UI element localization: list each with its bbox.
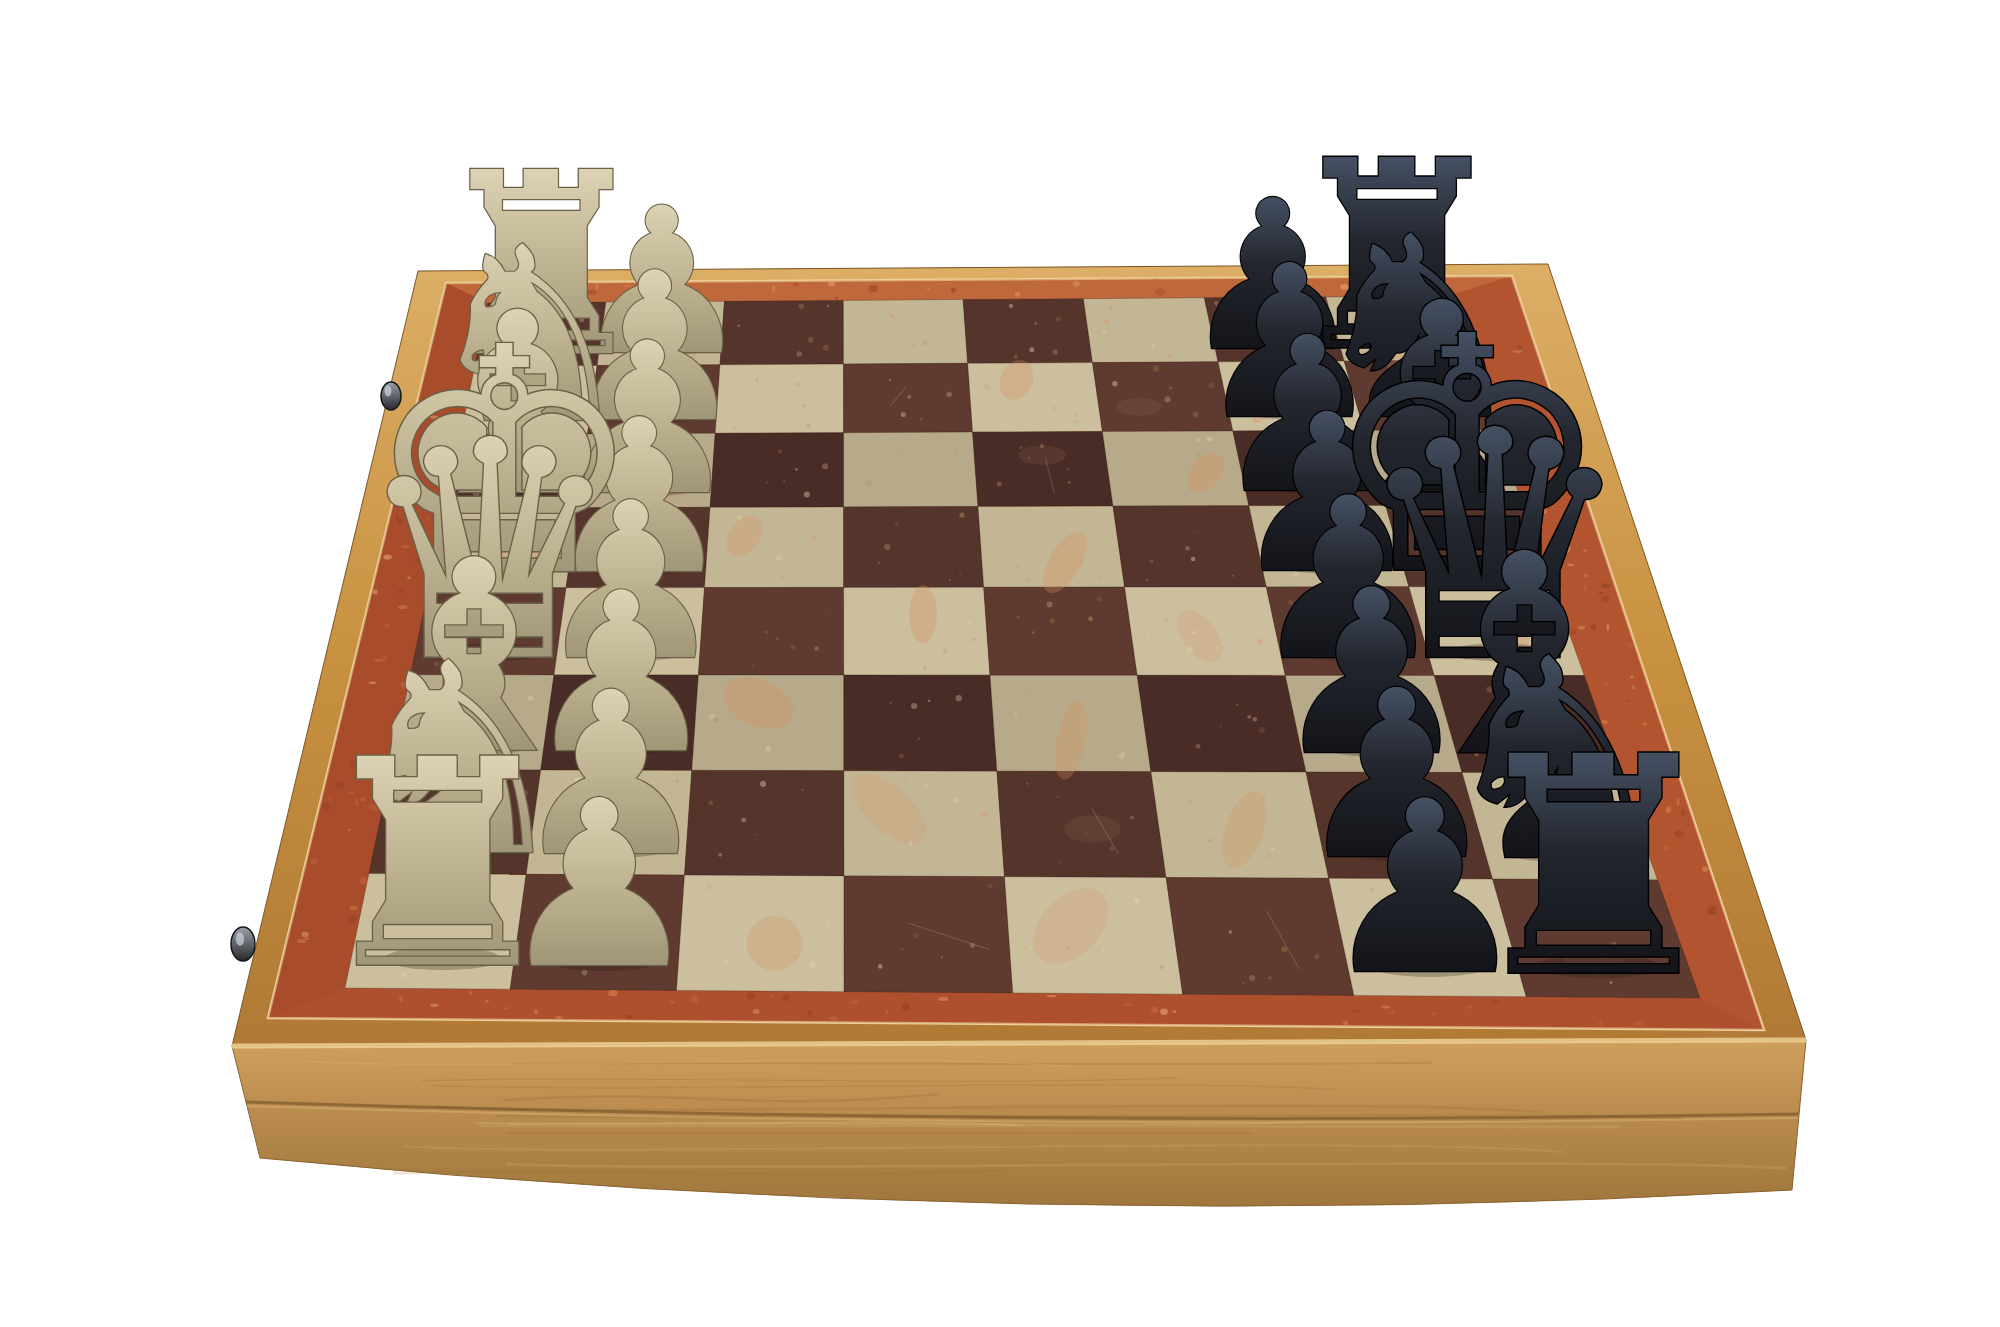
marble-speck bbox=[1215, 824, 1218, 827]
marble-speck bbox=[972, 638, 975, 641]
marble-speck bbox=[1040, 444, 1044, 448]
marble-speck bbox=[1153, 332, 1156, 335]
marble-speck bbox=[1146, 634, 1149, 637]
marble-speck bbox=[1053, 349, 1058, 354]
marble-speck bbox=[1026, 783, 1028, 785]
marble-speck bbox=[867, 854, 870, 857]
marble-speck bbox=[1075, 419, 1079, 423]
marble-speck bbox=[827, 305, 829, 307]
marble-speck bbox=[947, 392, 952, 397]
marble-speck bbox=[1112, 381, 1117, 386]
marble-speck bbox=[752, 665, 755, 668]
marble-speck bbox=[913, 933, 918, 938]
marble-speck bbox=[1242, 982, 1244, 984]
marble-speck bbox=[866, 480, 872, 486]
border-speck bbox=[305, 938, 310, 940]
border-speck bbox=[782, 994, 790, 1001]
marble-speck bbox=[874, 451, 878, 455]
marble-speck bbox=[801, 789, 804, 792]
marble-speck bbox=[795, 382, 800, 387]
marble-speck bbox=[1050, 618, 1055, 623]
marble-speck bbox=[1009, 304, 1013, 308]
border-speck bbox=[1099, 279, 1104, 284]
marble-speck bbox=[967, 621, 970, 624]
marble-speck bbox=[1016, 564, 1020, 568]
marble-speck bbox=[1029, 347, 1034, 352]
square-r2c4 bbox=[973, 432, 1113, 507]
marble-speck bbox=[776, 556, 782, 562]
marble-speck bbox=[778, 450, 782, 454]
marble-speck bbox=[912, 343, 916, 347]
marble-speck bbox=[928, 700, 930, 702]
marble-speck bbox=[1103, 330, 1106, 333]
marble-speck bbox=[1026, 577, 1031, 582]
marble-speck bbox=[1130, 815, 1134, 819]
marble-speck bbox=[723, 960, 728, 965]
marble-speck bbox=[1193, 630, 1197, 634]
marble-speck bbox=[827, 923, 831, 927]
square-r4c4 bbox=[984, 587, 1137, 675]
marble-speck bbox=[956, 695, 962, 701]
square-r2c3 bbox=[844, 432, 978, 507]
marble-speck bbox=[1019, 446, 1022, 449]
border-speck bbox=[1160, 1009, 1168, 1016]
border-speck bbox=[297, 939, 307, 943]
marble-speck bbox=[889, 379, 891, 381]
marble-speck bbox=[901, 412, 906, 417]
square-r1c4 bbox=[968, 363, 1103, 433]
marble-speck bbox=[804, 492, 810, 498]
marble-speck bbox=[1100, 540, 1102, 542]
marble-speck bbox=[798, 304, 803, 309]
marble-speck bbox=[755, 378, 758, 381]
marble-speck bbox=[908, 841, 912, 845]
marble-speck bbox=[903, 778, 908, 783]
border-speck bbox=[1047, 995, 1056, 997]
border-speck bbox=[772, 285, 775, 292]
marble-speck bbox=[1167, 353, 1172, 358]
marble-speck bbox=[1014, 355, 1018, 359]
marble-speck bbox=[1215, 646, 1219, 650]
marble-speck bbox=[983, 383, 989, 389]
marble-speck bbox=[1182, 441, 1185, 444]
marble-speck bbox=[959, 512, 964, 517]
marble-speck bbox=[922, 340, 927, 345]
marble-speck bbox=[797, 351, 802, 356]
marble-speck bbox=[754, 834, 756, 836]
marble-speck bbox=[1098, 575, 1101, 578]
marble-speck bbox=[997, 481, 1002, 486]
marble-speck bbox=[823, 345, 829, 351]
marble-speck bbox=[1153, 365, 1159, 371]
border-speck bbox=[775, 282, 780, 287]
marble-speck bbox=[1268, 976, 1271, 979]
marble-speck bbox=[941, 956, 943, 958]
wood-grain-line bbox=[479, 1126, 1622, 1127]
marble-speck bbox=[1104, 892, 1107, 895]
marble-speck bbox=[794, 955, 799, 960]
marble-speck bbox=[1031, 631, 1034, 634]
border-speck bbox=[1151, 278, 1160, 284]
marble-speck bbox=[1249, 975, 1255, 981]
marble-speck bbox=[1056, 316, 1061, 321]
border-speck bbox=[1124, 1003, 1132, 1006]
marble-speck bbox=[1020, 762, 1022, 764]
marble-speck bbox=[1150, 559, 1154, 563]
marble-speck bbox=[987, 415, 989, 417]
marble-speck bbox=[822, 463, 828, 469]
marble-speck bbox=[959, 573, 961, 575]
border-speck bbox=[808, 1011, 812, 1016]
marble-speck bbox=[1047, 602, 1053, 608]
marble-speck bbox=[894, 385, 896, 387]
marble-speck bbox=[881, 305, 883, 307]
marble-speck bbox=[897, 448, 900, 451]
marble-patch bbox=[1116, 398, 1162, 416]
marble-speck bbox=[942, 649, 947, 654]
piece-glyph: ♜ bbox=[1459, 693, 1729, 1043]
marble-speck bbox=[1104, 319, 1109, 324]
marble-speck bbox=[1187, 647, 1193, 653]
marble-speck bbox=[1196, 744, 1201, 749]
marble-patch bbox=[909, 585, 937, 643]
marble-speck bbox=[1220, 725, 1222, 727]
square-r0c4 bbox=[963, 299, 1092, 364]
marble-speck bbox=[1253, 717, 1258, 722]
marble-speck bbox=[924, 783, 929, 788]
marble-speck bbox=[769, 523, 772, 526]
marble-speck bbox=[911, 703, 917, 709]
marble-patch bbox=[1064, 815, 1121, 842]
border-speck bbox=[793, 283, 799, 286]
wood-grain-line bbox=[507, 1133, 1252, 1134]
marble-speck bbox=[1183, 493, 1187, 497]
hinge-left-lower-highlight bbox=[236, 932, 244, 946]
marble-speck bbox=[923, 666, 927, 670]
marble-speck bbox=[889, 643, 891, 645]
marble-speck bbox=[1209, 838, 1213, 842]
marble-speck bbox=[1059, 861, 1061, 863]
border-speck bbox=[1151, 1007, 1158, 1013]
marble-speck bbox=[1028, 687, 1030, 689]
marble-speck bbox=[901, 948, 903, 950]
border-speck bbox=[888, 289, 896, 291]
marble-speck bbox=[791, 645, 796, 650]
marble-speck bbox=[766, 481, 768, 483]
marble-speck bbox=[1247, 715, 1251, 719]
marble-speck bbox=[1109, 306, 1113, 310]
marble-patch bbox=[1018, 445, 1066, 464]
marble-speck bbox=[899, 753, 904, 758]
marble-speck bbox=[1267, 854, 1272, 859]
border-speck bbox=[938, 997, 948, 1001]
border-speck bbox=[850, 1000, 859, 1004]
marble-speck bbox=[765, 630, 769, 634]
border-speck bbox=[1015, 292, 1021, 297]
marble-speck bbox=[1236, 703, 1239, 706]
border-speck bbox=[828, 281, 834, 287]
marble-speck bbox=[802, 404, 806, 408]
marble-speck bbox=[890, 702, 892, 704]
hinge-left-lower bbox=[231, 927, 255, 961]
marble-speck bbox=[819, 560, 822, 563]
border-speck bbox=[902, 1004, 910, 1011]
border-speck bbox=[1110, 292, 1113, 296]
marble-speck bbox=[953, 798, 958, 803]
marble-speck bbox=[1229, 930, 1232, 933]
marble-speck bbox=[1189, 799, 1193, 803]
marble-speck bbox=[1079, 560, 1083, 564]
marble-speck bbox=[1164, 619, 1167, 622]
box-front-face bbox=[232, 1040, 1806, 1206]
marble-speck bbox=[878, 562, 881, 565]
border-speck bbox=[753, 1009, 760, 1014]
border-speck bbox=[869, 285, 878, 292]
marble-speck bbox=[814, 646, 819, 651]
border-speck bbox=[302, 932, 309, 938]
marble-speck bbox=[806, 424, 810, 428]
marble-speck bbox=[809, 962, 815, 968]
border-speck bbox=[886, 1010, 889, 1013]
marble-speck bbox=[1067, 468, 1070, 471]
marble-speck bbox=[1165, 397, 1171, 403]
square-r0c3 bbox=[843, 300, 967, 365]
marble-speck bbox=[797, 731, 799, 733]
marble-speck bbox=[918, 738, 920, 740]
piece-white-R: ♜ bbox=[309, 699, 565, 1031]
marble-speck bbox=[1063, 526, 1065, 528]
marble-speck bbox=[1169, 386, 1172, 389]
marble-speck bbox=[907, 395, 911, 399]
marble-speck bbox=[894, 317, 897, 320]
marble-speck bbox=[1191, 557, 1196, 562]
marble-speck bbox=[783, 480, 785, 482]
marble-speck bbox=[949, 579, 951, 581]
marble-speck bbox=[1017, 616, 1020, 619]
border-speck bbox=[1073, 281, 1080, 287]
border-speck bbox=[835, 296, 838, 299]
marble-speck bbox=[1146, 579, 1148, 581]
marble-speck bbox=[1194, 531, 1196, 533]
marble-speck bbox=[1101, 948, 1106, 953]
marble-speck bbox=[878, 964, 883, 969]
piece-black-R: ♜ bbox=[1459, 693, 1729, 1043]
marble-speck bbox=[1152, 344, 1155, 347]
marble-speck bbox=[1052, 406, 1057, 411]
marble-speck bbox=[1066, 945, 1070, 949]
border-speck bbox=[770, 993, 773, 997]
marble-speck bbox=[1088, 616, 1093, 621]
marble-speck bbox=[889, 314, 894, 319]
marble-speck bbox=[1034, 322, 1037, 325]
marble-speck bbox=[1068, 481, 1071, 484]
marble-speck bbox=[988, 883, 993, 888]
marble-speck bbox=[760, 781, 766, 787]
marble-speck bbox=[920, 491, 922, 493]
marble-speck bbox=[741, 817, 746, 822]
marble-speck bbox=[982, 812, 988, 818]
marble-speck bbox=[1134, 898, 1140, 904]
marble-speck bbox=[898, 619, 900, 621]
marble-speck bbox=[1271, 847, 1275, 851]
square-r7c3 bbox=[844, 876, 1013, 993]
marble-speck bbox=[895, 522, 898, 525]
marble-speck bbox=[1085, 832, 1087, 834]
marble-speck bbox=[955, 449, 958, 452]
marble-speck bbox=[748, 747, 752, 751]
marble-speck bbox=[785, 415, 787, 417]
border-speck bbox=[1155, 288, 1164, 296]
marble-speck bbox=[779, 575, 784, 580]
piece-glyph: ♜ bbox=[309, 699, 565, 1031]
border-speck bbox=[927, 287, 931, 290]
border-speck bbox=[747, 993, 756, 1000]
marble-speck bbox=[750, 922, 752, 924]
marble-speck bbox=[1074, 413, 1077, 416]
marble-speck bbox=[884, 544, 890, 550]
marble-speck bbox=[825, 611, 827, 613]
border-speck bbox=[951, 288, 956, 293]
marble-speck bbox=[1185, 546, 1189, 550]
marble-speck bbox=[1262, 796, 1265, 799]
marble-speck bbox=[1028, 457, 1031, 460]
marble-speck bbox=[932, 343, 934, 345]
marble-speck bbox=[776, 638, 779, 641]
marble-speck bbox=[917, 465, 919, 467]
marble-speck bbox=[1159, 964, 1164, 969]
marble-speck bbox=[920, 418, 922, 420]
marble-speck bbox=[811, 536, 816, 541]
square-r5c3 bbox=[844, 675, 997, 771]
marble-speck bbox=[1024, 945, 1028, 949]
marble-speck bbox=[1097, 596, 1102, 601]
marble-speck bbox=[795, 468, 798, 471]
square-r3c3 bbox=[844, 507, 984, 588]
marble-speck bbox=[766, 746, 771, 751]
marble-speck bbox=[1118, 753, 1124, 759]
marble-speck bbox=[1014, 713, 1017, 716]
marble-speck bbox=[1079, 397, 1081, 399]
marble-speck bbox=[1259, 727, 1265, 733]
border-speck bbox=[830, 1016, 837, 1021]
border-speck bbox=[1173, 1010, 1177, 1012]
marble-speck bbox=[1029, 722, 1031, 724]
marble-speck bbox=[1056, 795, 1059, 798]
marble-speck bbox=[718, 853, 722, 857]
chessboard-scene: ♟♜♟♜♟♞♟♞♟♝♟♝♟♚♟♚♟♛♟♛♟♝♟♝♟♞♟♞♟♜♟♜ bbox=[0, 0, 2000, 1327]
marble-speck bbox=[808, 337, 814, 343]
chess-set-photo: ♟♜♟♜♟♞♟♞♟♝♟♝♟♚♟♚♟♛♟♛♟♝♟♝♟♞♟♞♟♜♟♜ bbox=[0, 0, 2000, 1327]
